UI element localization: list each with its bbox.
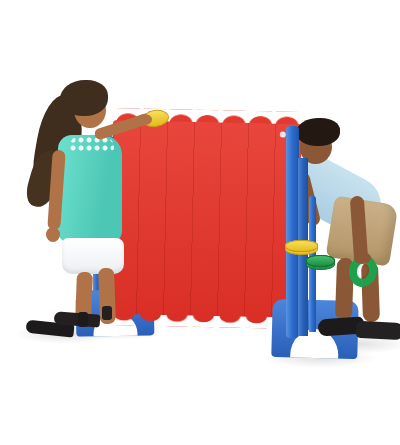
scene-photo xyxy=(0,0,400,445)
girl-left-hand xyxy=(46,227,60,242)
boy-shoe-right xyxy=(356,321,400,340)
board-grid xyxy=(119,146,291,304)
boy-holding-hand xyxy=(354,252,371,264)
girl-placing-hand xyxy=(137,114,152,125)
girl-sandal-strap-back xyxy=(102,306,112,320)
girl-tank-top xyxy=(58,135,122,243)
yellow-spare-disc xyxy=(285,240,318,252)
green-spare-disc xyxy=(306,255,335,267)
boy-hair xyxy=(296,118,340,146)
girl-top-trim xyxy=(70,136,114,151)
girl-hair-top xyxy=(60,80,108,116)
connect-four-board xyxy=(109,120,302,318)
girl-sandal-strap-front xyxy=(78,312,88,327)
girl-shorts xyxy=(62,238,124,274)
